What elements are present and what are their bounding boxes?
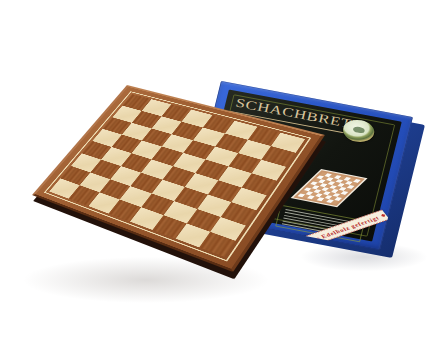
board-square xyxy=(331,200,339,204)
ribbon-ornament-right xyxy=(381,214,385,217)
seal-crest-icon xyxy=(352,126,365,134)
product-photo-scene: SCHACHBRETT aus Edelholz gefertigt xyxy=(0,0,430,360)
